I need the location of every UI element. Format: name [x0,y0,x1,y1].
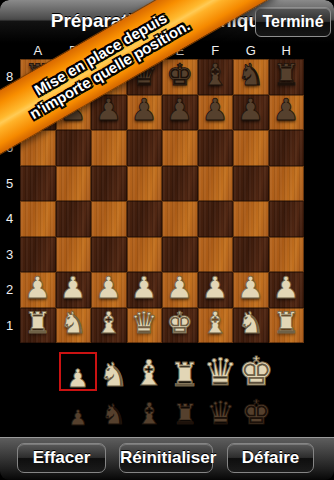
square-d3[interactable] [127,237,163,273]
square-e2[interactable]: ♟ [162,272,198,308]
piece-black-pawn[interactable]: ♟ [202,95,229,125]
square-h2[interactable]: ♟ [269,272,305,308]
piece-white-rook[interactable]: ♜ [273,308,300,338]
piece-white-king[interactable]: ♚ [166,308,193,338]
square-a4[interactable] [20,201,56,237]
square-d5[interactable] [127,166,163,202]
square-d1[interactable]: ♛ [127,308,163,344]
square-e5[interactable] [162,166,198,202]
square-c1[interactable]: ♝ [91,308,127,344]
square-c5[interactable] [91,166,127,202]
square-e7[interactable]: ♟ [162,95,198,131]
piece-black-pawn[interactable]: ♟ [166,95,193,125]
square-a5[interactable] [20,166,56,202]
square-h1[interactable]: ♜ [269,308,305,344]
square-h8[interactable]: ♜ [269,59,305,95]
tray-piece-white-knight[interactable]: ♞ [99,358,129,391]
piece-white-bishop[interactable]: ♝ [202,308,229,338]
square-d6[interactable] [127,130,163,166]
square-a3[interactable] [20,237,56,273]
square-f5[interactable] [198,166,234,202]
piece-white-pawn[interactable]: ♟ [60,273,87,303]
tray-piece-white-bishop[interactable]: ♝ [133,356,164,391]
square-e6[interactable] [162,130,198,166]
square-d4[interactable] [127,201,163,237]
piece-white-knight[interactable]: ♞ [237,308,264,338]
square-c4[interactable] [91,201,127,237]
square-h6[interactable] [269,130,305,166]
square-a1[interactable]: ♜ [20,308,56,344]
tray-piece-black-queen[interactable]: ♛ [206,397,235,429]
tray-cell-white-queen[interactable]: ♛ [203,353,239,391]
square-g4[interactable] [233,201,269,237]
tray-cell-black-knight[interactable]: ♞ [96,401,132,429]
tray-cell-white-rook[interactable]: ♜ [167,358,203,391]
piece-black-rook[interactable]: ♜ [273,60,300,90]
piece-black-pawn[interactable]: ♟ [131,95,158,125]
square-b2[interactable]: ♟ [56,272,92,308]
piece-white-pawn[interactable]: ♟ [237,273,264,303]
tray-piece-black-bishop[interactable]: ♝ [136,399,163,429]
square-b6[interactable] [56,130,92,166]
square-a2[interactable]: ♟ [20,272,56,308]
piece-white-pawn[interactable]: ♟ [24,273,51,303]
square-f2[interactable]: ♟ [198,272,234,308]
rank-label-5: 5 [1,166,18,202]
tray-piece-white-rook[interactable]: ♜ [170,358,200,391]
tray-piece-white-king[interactable]: ♚ [238,351,274,391]
square-f8[interactable]: ♝ [198,59,234,95]
tray-cell-black-pawn[interactable]: ♟ [60,408,96,429]
tray-cell-black-bishop[interactable]: ♝ [131,399,167,429]
square-b3[interactable] [56,237,92,273]
rank-label-1: 1 [1,308,18,344]
piece-black-pawn[interactable]: ♟ [237,95,264,125]
tray-piece-white-queen[interactable]: ♛ [203,353,237,391]
tray-piece-black-rook[interactable]: ♜ [172,401,197,429]
tray-cell-black-king[interactable]: ♚ [238,395,274,429]
done-button[interactable]: Terminé [255,7,331,37]
bottom-toolbar: Effacer Réinitialiser Défaire [0,437,334,480]
square-e8[interactable]: ♚ [162,59,198,95]
rank-label-3: 3 [1,237,18,273]
square-b5[interactable] [56,166,92,202]
square-e1[interactable]: ♚ [162,308,198,344]
tray-cell-white-bishop[interactable]: ♝ [131,356,167,391]
reset-button[interactable]: Réinitialiser [119,443,213,473]
piece-black-knight[interactable]: ♞ [237,60,264,90]
square-g5[interactable] [233,166,269,202]
tray-cell-white-knight[interactable]: ♞ [96,358,132,391]
square-f6[interactable] [198,130,234,166]
piece-white-queen[interactable]: ♛ [131,308,158,338]
piece-black-pawn[interactable]: ♟ [95,95,122,125]
tray-cell-black-queen[interactable]: ♛ [203,397,239,429]
piece-white-pawn[interactable]: ♟ [131,273,158,303]
tray-piece-black-pawn[interactable]: ♟ [68,408,87,429]
tray-cell-black-rook[interactable]: ♜ [167,401,203,429]
rank-label-2: 2 [1,272,18,308]
clear-button[interactable]: Effacer [17,443,106,473]
tray-piece-black-knight[interactable]: ♞ [101,401,126,429]
piece-white-bishop[interactable]: ♝ [95,308,122,338]
square-c2[interactable]: ♟ [91,272,127,308]
piece-white-pawn[interactable]: ♟ [273,273,300,303]
square-g1[interactable]: ♞ [233,308,269,344]
piece-white-rook[interactable]: ♜ [24,308,51,338]
selected-piece-highlight [59,352,97,391]
square-c3[interactable] [91,237,127,273]
square-g7[interactable]: ♟ [233,95,269,131]
square-h4[interactable] [269,201,305,237]
piece-white-pawn[interactable]: ♟ [95,273,122,303]
piece-white-pawn[interactable]: ♟ [166,273,193,303]
square-c6[interactable] [91,130,127,166]
black-piece-tray: ♟♞♝♜♛♚ [60,391,274,429]
tray-cell-white-king[interactable]: ♚ [238,351,274,391]
square-f1[interactable]: ♝ [198,308,234,344]
square-g8[interactable]: ♞ [233,59,269,95]
square-f3[interactable] [198,237,234,273]
chess-setup-screen: Préparation de l'échiquier Terminé ABCDE… [0,0,334,480]
undo-button[interactable]: Défaire [227,443,314,473]
square-f4[interactable] [198,201,234,237]
square-g6[interactable] [233,130,269,166]
square-d7[interactable]: ♟ [127,95,163,131]
square-h7[interactable]: ♟ [269,95,305,131]
square-g3[interactable] [233,237,269,273]
piece-white-knight[interactable]: ♞ [60,308,87,338]
square-b1[interactable]: ♞ [56,308,92,344]
piece-black-king[interactable]: ♚ [166,60,193,90]
square-e4[interactable] [162,201,198,237]
square-f7[interactable]: ♟ [198,95,234,131]
square-b4[interactable] [56,201,92,237]
piece-black-pawn[interactable]: ♟ [273,95,300,125]
square-d2[interactable]: ♟ [127,272,163,308]
square-e3[interactable] [162,237,198,273]
square-h5[interactable] [269,166,305,202]
square-c7[interactable]: ♟ [91,95,127,131]
piece-white-pawn[interactable]: ♟ [202,273,229,303]
square-g2[interactable]: ♟ [233,272,269,308]
piece-black-bishop[interactable]: ♝ [202,60,229,90]
rank-label-4: 4 [1,201,18,237]
square-h3[interactable] [269,237,305,273]
tray-piece-black-king[interactable]: ♚ [241,395,271,429]
